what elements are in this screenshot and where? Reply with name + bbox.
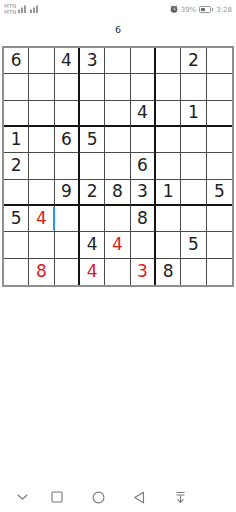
- sudoku-cell-r1c6[interactable]: [131, 48, 156, 74]
- sudoku-cell-r3c3[interactable]: [55, 101, 80, 127]
- sudoku-cell-r5c4[interactable]: [80, 153, 105, 179]
- given-digit: 4: [61, 52, 72, 69]
- sudoku-cell-r9c5[interactable]: [105, 259, 130, 285]
- sudoku-cell-r6c9[interactable]: 5: [207, 180, 232, 206]
- given-digit: 8: [163, 263, 174, 280]
- user-digit: 4: [112, 236, 123, 253]
- sudoku-cell-r6c2[interactable]: [29, 180, 54, 206]
- signal-icons: [18, 4, 39, 15]
- given-digit: 1: [11, 131, 22, 148]
- sudoku-cell-r5c6[interactable]: 6: [131, 153, 156, 179]
- sudoku-cell-r6c5[interactable]: 8: [105, 180, 130, 206]
- sudoku-cell-r8c7[interactable]: [156, 232, 181, 258]
- given-digit: 5: [214, 183, 225, 200]
- sudoku-cell-r3c7[interactable]: [156, 101, 181, 127]
- sudoku-cell-r8c2[interactable]: [29, 232, 54, 258]
- given-digit: 3: [137, 183, 148, 200]
- sudoku-cell-r1c8[interactable]: 2: [181, 48, 206, 74]
- given-digit: 2: [11, 157, 22, 174]
- sudoku-cell-r7c5[interactable]: [105, 206, 130, 232]
- sudoku-cell-r3c8[interactable]: 1: [181, 101, 206, 127]
- sudoku-cell-r6c6[interactable]: 3: [131, 180, 156, 206]
- clock-label: 3:28: [216, 6, 232, 14]
- sudoku-cell-r8c8[interactable]: 5: [181, 232, 206, 258]
- sudoku-cell-r7c1[interactable]: 5: [4, 206, 29, 232]
- user-digit: 4: [87, 263, 98, 280]
- sudoku-cell-r8c1[interactable]: [4, 232, 29, 258]
- sudoku-cell-r2c3[interactable]: [55, 74, 80, 100]
- sudoku-cell-r9c3[interactable]: [55, 259, 80, 285]
- given-digit: 5: [188, 236, 199, 253]
- sudoku-cell-r5c2[interactable]: [29, 153, 54, 179]
- carrier-labels: MTN MTN: [4, 4, 16, 15]
- given-digit: 6: [137, 157, 148, 174]
- sudoku-cell-r8c5[interactable]: 4: [105, 232, 130, 258]
- sudoku-cell-r5c3[interactable]: [55, 153, 80, 179]
- given-digit: 5: [11, 210, 22, 227]
- sudoku-cell-r9c9[interactable]: [207, 259, 232, 285]
- sudoku-cell-r6c8[interactable]: [181, 180, 206, 206]
- sudoku-cell-r1c2[interactable]: [29, 48, 54, 74]
- sudoku-cell-r9c8[interactable]: [181, 259, 206, 285]
- recent-apps-icon[interactable]: [49, 489, 65, 505]
- given-digit: 8: [137, 210, 148, 227]
- sudoku-cell-r4c5[interactable]: [105, 127, 130, 153]
- user-digit: 4: [36, 210, 47, 227]
- sudoku-cell-r1c1[interactable]: 6: [4, 48, 29, 74]
- given-digit: 6: [11, 52, 22, 69]
- sudoku-cell-r9c6[interactable]: 3: [131, 259, 156, 285]
- sudoku-cell-r3c4[interactable]: [80, 101, 105, 127]
- sudoku-cell-r7c2[interactable]: 4: [29, 206, 54, 232]
- given-digit: 6: [61, 131, 72, 148]
- sudoku-cell-r2c6[interactable]: [131, 74, 156, 100]
- given-digit: 1: [163, 183, 174, 200]
- notification-shade-icon[interactable]: [172, 489, 188, 505]
- sudoku-cell-r9c7[interactable]: 8: [156, 259, 181, 285]
- sudoku-cell-r9c4[interactable]: 4: [80, 259, 105, 285]
- sudoku-cell-r4c2[interactable]: [29, 127, 54, 153]
- sudoku-cell-r4c4[interactable]: 5: [80, 127, 105, 153]
- sudoku-cell-r4c6[interactable]: [131, 127, 156, 153]
- sudoku-cell-r2c2[interactable]: [29, 74, 54, 100]
- sudoku-cell-r7c6[interactable]: 8: [131, 206, 156, 232]
- signal-strength-icon-sim1: [18, 4, 27, 15]
- sudoku-cell-r7c9[interactable]: [207, 206, 232, 232]
- sudoku-cell-r1c3[interactable]: 4: [55, 48, 80, 74]
- sudoku-cell-r7c8[interactable]: [181, 206, 206, 232]
- user-digit: 3: [137, 263, 148, 280]
- sudoku-cell-r5c9[interactable]: [207, 153, 232, 179]
- given-digit: 4: [137, 104, 148, 121]
- battery-percent-label: 39%: [181, 6, 197, 14]
- sudoku-cell-r4c7[interactable]: [156, 127, 181, 153]
- sudoku-cell-r3c5[interactable]: [105, 101, 130, 127]
- sudoku-cell-r5c5[interactable]: [105, 153, 130, 179]
- page-title: 6: [0, 22, 236, 38]
- sudoku-cell-r7c4[interactable]: [80, 206, 105, 232]
- sudoku-cell-r4c9[interactable]: [207, 127, 232, 153]
- sudoku-cell-r1c7[interactable]: [156, 48, 181, 74]
- user-digit: 8: [36, 263, 47, 280]
- sudoku-cell-r2c7[interactable]: [156, 74, 181, 100]
- navigation-bar: [0, 480, 236, 512]
- sudoku-cell-r4c3[interactable]: 6: [55, 127, 80, 153]
- signal-strength-icon-sim2: [30, 4, 39, 15]
- status-right: 39% 3:28: [170, 5, 232, 15]
- sudoku-cell-r6c3[interactable]: 9: [55, 180, 80, 206]
- sudoku-cell-r4c1[interactable]: 1: [4, 127, 29, 153]
- sudoku-cell-r5c7[interactable]: [156, 153, 181, 179]
- sudoku-cell-r9c1[interactable]: [4, 259, 29, 285]
- sudoku-cell-r2c8[interactable]: [181, 74, 206, 100]
- sudoku-cell-r8c9[interactable]: [207, 232, 232, 258]
- sudoku-cell-r1c9[interactable]: [207, 48, 232, 74]
- sudoku-cell-r7c7[interactable]: [156, 206, 181, 232]
- given-digit: 9: [61, 183, 72, 200]
- sudoku-cell-r1c4[interactable]: 3: [80, 48, 105, 74]
- sudoku-cell-r2c1[interactable]: [4, 74, 29, 100]
- sudoku-cell-r8c4[interactable]: 4: [80, 232, 105, 258]
- back-icon[interactable]: [131, 489, 147, 505]
- given-digit: 1: [188, 104, 199, 121]
- sudoku-cell-r2c5[interactable]: [105, 74, 130, 100]
- sudoku-cell-r3c1[interactable]: [4, 101, 29, 127]
- sudoku-cell-r9c2[interactable]: 8: [29, 259, 54, 285]
- battery-icon: [199, 6, 213, 13]
- carrier-name-sim2: MTN: [4, 10, 16, 16]
- sudoku-cell-r6c4[interactable]: 2: [80, 180, 105, 206]
- sudoku-cell-r5c1[interactable]: 2: [4, 153, 29, 179]
- hide-navbar-chevron-icon[interactable]: [14, 489, 30, 505]
- alarm-icon: [170, 5, 178, 15]
- given-digit: 2: [87, 183, 98, 200]
- sudoku-cell-r2c9[interactable]: [207, 74, 232, 100]
- given-digit: 5: [87, 131, 98, 148]
- home-icon[interactable]: [90, 489, 106, 505]
- given-digit: 3: [87, 52, 98, 69]
- given-digit: 2: [188, 52, 199, 69]
- sudoku-cell-r8c3[interactable]: [55, 232, 80, 258]
- sudoku-cell-r6c1[interactable]: [4, 180, 29, 206]
- sudoku-cell-r7c3[interactable]: [55, 206, 80, 232]
- sudoku-cell-r1c5[interactable]: [105, 48, 130, 74]
- status-bar: MTN MTN 39% 3:28: [0, 0, 236, 17]
- given-digit: 8: [112, 183, 123, 200]
- sudoku-cell-r5c8[interactable]: [181, 153, 206, 179]
- sudoku-cell-r3c6[interactable]: 4: [131, 101, 156, 127]
- sudoku-board: 643241165269283155484458438: [2, 46, 234, 287]
- sudoku-cell-r8c6[interactable]: [131, 232, 156, 258]
- sudoku-cell-r3c9[interactable]: [207, 101, 232, 127]
- sudoku-cell-r3c2[interactable]: [29, 101, 54, 127]
- status-left: MTN MTN: [4, 4, 39, 15]
- sudoku-cell-r2c4[interactable]: [80, 74, 105, 100]
- sudoku-cell-r6c7[interactable]: 1: [156, 180, 181, 206]
- given-digit: 4: [87, 236, 98, 253]
- sudoku-cell-r4c8[interactable]: [181, 127, 206, 153]
